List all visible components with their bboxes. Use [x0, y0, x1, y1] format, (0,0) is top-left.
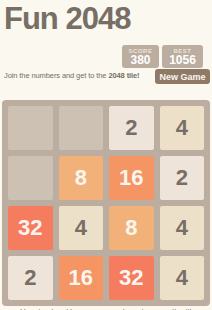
app-window: Fun 2048 SCORE 380 BEST 1056 Join the nu… [0, 0, 212, 310]
subtitle: Join the numbers and get to the 2048 til… [4, 71, 154, 81]
tile-8: 8 [109, 206, 154, 250]
tile-8: 8 [59, 156, 104, 200]
page-title: Fun 2048 [4, 2, 130, 36]
empty-cell [8, 156, 53, 200]
tile-4: 4 [160, 256, 205, 300]
score-box: SCORE 380 [122, 45, 159, 68]
board[interactable]: 24816232484216324 [2, 100, 210, 306]
footer-instructions-text: How to play: Use your arrow keys to move… [0, 306, 212, 310]
tile-32: 32 [8, 206, 53, 250]
tile-32: 32 [109, 256, 154, 300]
tile-2: 2 [8, 256, 53, 300]
score-value: 380 [122, 54, 159, 67]
tile-16: 16 [59, 256, 104, 300]
empty-cell [59, 106, 104, 150]
empty-cell [8, 106, 53, 150]
best-value: 1056 [162, 54, 203, 67]
best-box: BEST 1056 [162, 45, 203, 68]
footer-instructions-clipped: How to play: Use your arrow keys to move… [0, 306, 212, 310]
tile-4: 4 [160, 106, 205, 150]
tile-2: 2 [109, 106, 154, 150]
subtitle-plain: Join the numbers and get to the [4, 71, 108, 80]
tile-4: 4 [160, 206, 205, 250]
tile-2: 2 [160, 156, 205, 200]
tile-16: 16 [109, 156, 154, 200]
tile-4: 4 [59, 206, 104, 250]
new-game-button[interactable]: New Game [155, 69, 210, 84]
subtitle-goal: 2048 tile! [108, 71, 139, 80]
